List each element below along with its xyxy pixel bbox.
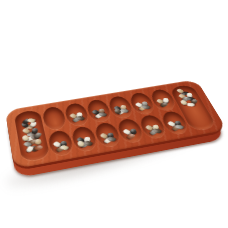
stone <box>153 124 160 130</box>
stone <box>175 121 182 126</box>
stone <box>22 134 30 141</box>
right-store-pit <box>169 84 217 131</box>
stone <box>152 128 162 134</box>
stone <box>75 116 85 122</box>
photo-stage <box>0 0 228 228</box>
stone <box>167 121 177 128</box>
stone <box>171 123 180 128</box>
stone <box>126 133 136 140</box>
stone <box>104 135 113 140</box>
stone <box>127 131 136 136</box>
stone <box>34 139 41 146</box>
stone <box>149 127 158 132</box>
stone <box>79 141 90 148</box>
stone <box>25 146 34 153</box>
stone <box>28 139 38 146</box>
stone <box>57 143 65 148</box>
stone <box>77 140 85 147</box>
stone <box>187 102 195 106</box>
pit-front-4[interactable] <box>115 117 145 143</box>
stone <box>106 136 116 142</box>
pit-back-1[interactable] <box>41 106 67 131</box>
stone <box>76 137 86 144</box>
mancala-board <box>5 79 228 169</box>
stone <box>31 128 38 134</box>
stone <box>55 145 66 152</box>
stone <box>145 125 155 132</box>
stone <box>29 121 37 127</box>
stone <box>33 132 43 139</box>
stone <box>29 144 38 151</box>
stone <box>108 132 114 138</box>
pit-back-2[interactable] <box>63 102 90 127</box>
stone <box>59 144 69 151</box>
pit-front-1[interactable] <box>47 129 75 157</box>
stone <box>81 139 90 144</box>
stone <box>25 135 35 142</box>
stone <box>22 141 33 148</box>
stone <box>60 141 67 147</box>
stone <box>21 128 31 135</box>
stone <box>84 136 90 142</box>
stone <box>25 124 34 129</box>
pit-front-2[interactable] <box>70 125 99 152</box>
stone <box>99 133 109 140</box>
stone <box>130 128 136 134</box>
stone <box>26 118 36 123</box>
stone <box>52 141 62 148</box>
pit-front-3[interactable] <box>93 121 122 148</box>
stone <box>30 134 40 140</box>
stone <box>33 145 43 152</box>
stone <box>20 121 29 128</box>
stone <box>171 125 181 132</box>
stone <box>83 140 93 146</box>
stone <box>175 124 185 130</box>
stone <box>122 129 132 136</box>
stone <box>27 132 36 137</box>
stone <box>149 129 159 136</box>
stone <box>103 137 113 144</box>
